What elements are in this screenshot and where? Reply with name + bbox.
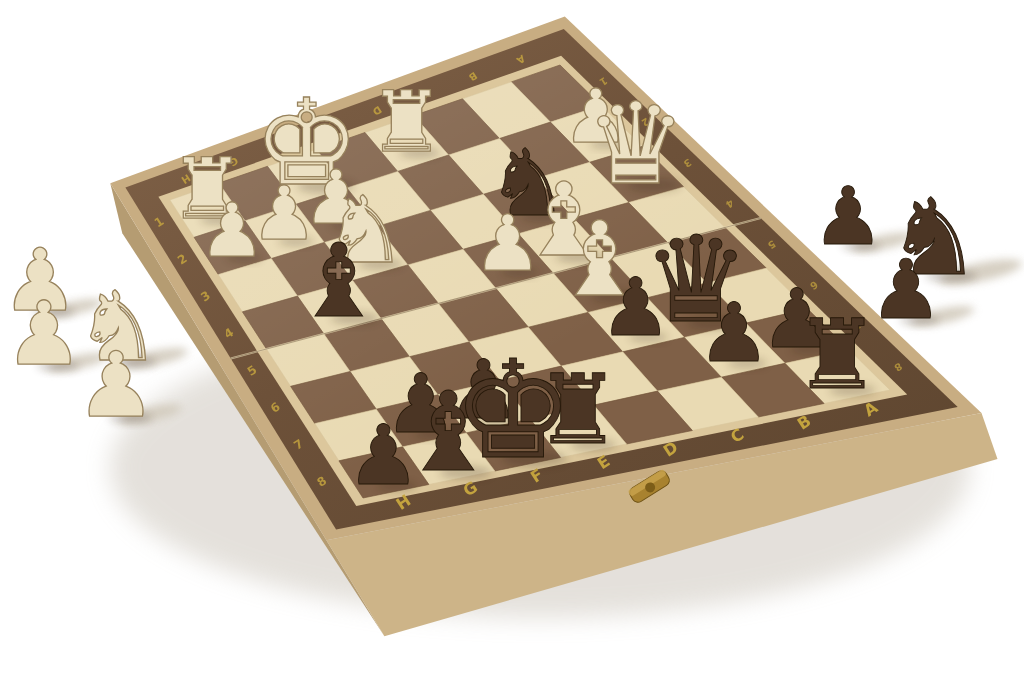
chess-photo-scene: AA11BB22CC33DD44EE55FF66GG77HH88♟♜♛♚♞♜♟♟… (0, 0, 1024, 688)
piece-black-pawn-h8[interactable]: ♟ (346, 407, 420, 504)
piece-black-pawn-c6[interactable]: ♟ (600, 261, 672, 354)
svg-text:♟: ♟ (600, 261, 672, 354)
svg-text:♟: ♟ (346, 407, 420, 504)
svg-text:♜: ♜ (368, 73, 444, 171)
svg-text:♟: ♟ (199, 187, 266, 274)
piece-black-pawn-b7[interactable]: ♟ (698, 285, 771, 380)
captured-white-pawn-left-4[interactable]: ♟ (76, 332, 157, 437)
piece-black-rook-a8[interactable]: ♜ (794, 299, 880, 411)
svg-text:♟: ♟ (473, 198, 542, 288)
captured-white-pawn-left-2[interactable]: ♟ (5, 282, 84, 385)
chessboard: AA11BB22CC33DD44EE55FF66GG77HH88♟♜♛♚♞♜♟♟… (0, 0, 1024, 688)
svg-text:♟: ♟ (76, 332, 157, 437)
svg-text:♟: ♟ (869, 242, 943, 337)
piece-black-bishop-g4[interactable]: ♝ (293, 222, 384, 340)
piece-white-rook-d1[interactable]: ♜ (368, 73, 444, 171)
piece-white-pawn-h2[interactable]: ♟ (199, 187, 266, 274)
svg-text:♟: ♟ (5, 282, 84, 385)
piece-white-pawn-d4[interactable]: ♟ (473, 198, 542, 288)
svg-text:♟: ♟ (698, 285, 771, 380)
svg-text:♝: ♝ (293, 222, 384, 340)
svg-text:♜: ♜ (794, 299, 880, 411)
captured-black-pawn-right-3[interactable]: ♟ (869, 242, 943, 337)
